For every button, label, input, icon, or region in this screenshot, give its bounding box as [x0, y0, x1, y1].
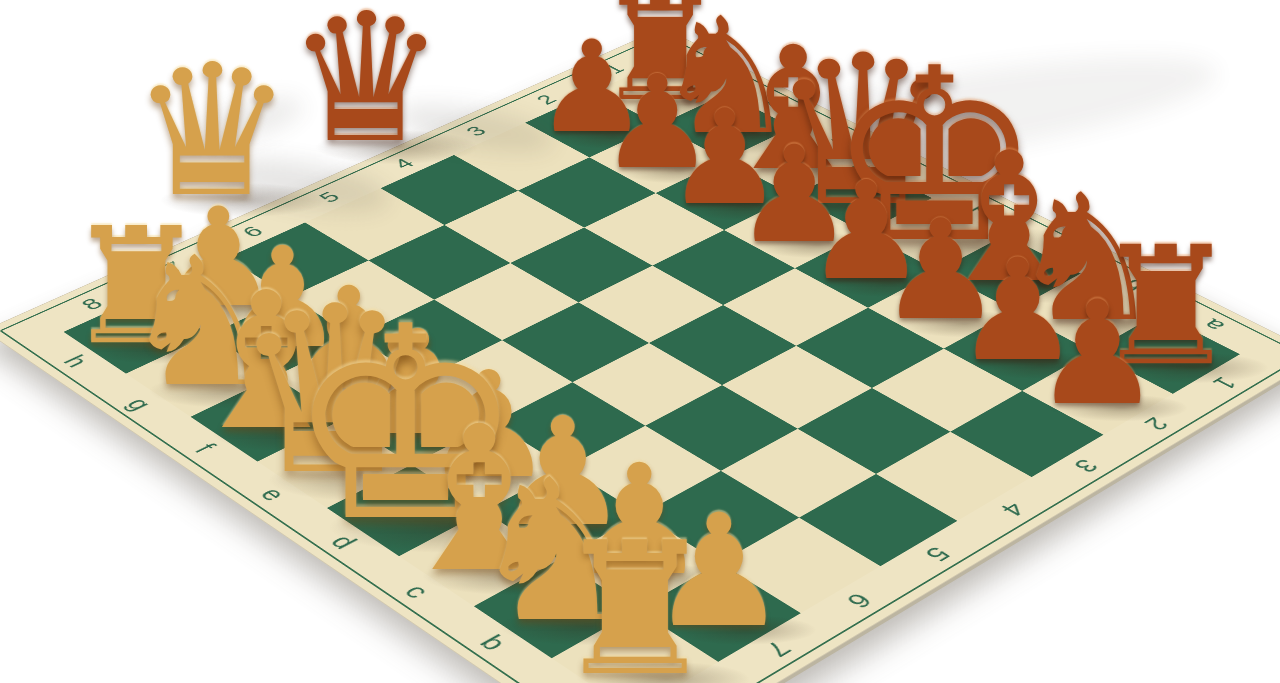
piece-golden-rook-a8[interactable]: ♜	[553, 518, 717, 683]
pieces-layer: ♜♞♝♚♛♝♞♜♟♟♟♟♟♟♟♟♟♟♟♟♟♟♟♟♜♞♝♚♛♝♞♜♛♛	[0, 0, 1280, 683]
chess-set-product-photo: 8877665544332211hhggffeeddccbbaa ♜♞♝♚♛♝♞…	[0, 0, 1280, 683]
extra-queen-rosewood[interactable]: ♛	[286, 0, 446, 168]
piece-rosewood-pawn-a2[interactable]: ♟	[1033, 282, 1161, 425]
